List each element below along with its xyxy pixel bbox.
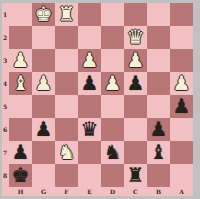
square-f6[interactable] — [55, 118, 78, 141]
square-e2[interactable] — [78, 26, 101, 49]
square-a3[interactable] — [170, 49, 193, 72]
file-label-b: B — [147, 187, 170, 196]
file-label-f: F — [55, 187, 78, 196]
black-pawn: ♟ — [127, 72, 145, 95]
square-a4[interactable]: ♟ — [170, 72, 193, 95]
square-h1[interactable] — [9, 3, 32, 26]
square-h4[interactable]: ♝ — [9, 72, 32, 95]
square-h7[interactable]: ♟ — [9, 141, 32, 164]
white-pawn: ♟ — [81, 49, 99, 72]
file-label-a: A — [170, 187, 193, 196]
square-d4[interactable]: ♟ — [101, 72, 124, 95]
black-pawn: ♟ — [12, 141, 30, 164]
square-e7[interactable] — [78, 141, 101, 164]
square-c6[interactable] — [124, 118, 147, 141]
white-pawn: ♟ — [35, 72, 53, 95]
square-e8[interactable] — [78, 164, 101, 187]
square-g6[interactable]: ♟ — [32, 118, 55, 141]
square-g7[interactable] — [32, 141, 55, 164]
square-e5[interactable] — [78, 95, 101, 118]
square-h6[interactable] — [9, 118, 32, 141]
square-d5[interactable] — [101, 95, 124, 118]
file-label-g: G — [32, 187, 55, 196]
square-d7[interactable]: ♞ — [101, 141, 124, 164]
square-h2[interactable] — [9, 26, 32, 49]
square-a7[interactable] — [170, 141, 193, 164]
rank-label-3: 3 — [2, 49, 9, 72]
square-f3[interactable] — [55, 49, 78, 72]
square-f8[interactable] — [55, 164, 78, 187]
black-knight: ♞ — [104, 141, 122, 164]
square-a5[interactable]: ♟ — [170, 95, 193, 118]
square-b5[interactable] — [147, 95, 170, 118]
square-h5[interactable] — [9, 95, 32, 118]
chess-board: 1♚♜2♛3♟♟♟4♝♟♟♟♟♟5♟6♟♛♟7♟♞♞♝8♚♜HGFEDCBA — [2, 3, 193, 196]
square-e6[interactable]: ♛ — [78, 118, 101, 141]
square-g1[interactable]: ♚ — [32, 3, 55, 26]
square-f4[interactable] — [55, 72, 78, 95]
square-c1[interactable] — [124, 3, 147, 26]
white-pawn: ♟ — [173, 72, 191, 95]
square-d3[interactable] — [101, 49, 124, 72]
square-e1[interactable] — [78, 3, 101, 26]
rank-label-4: 4 — [2, 72, 9, 95]
square-g2[interactable] — [32, 26, 55, 49]
square-b3[interactable] — [147, 49, 170, 72]
square-c4[interactable]: ♟ — [124, 72, 147, 95]
rank-label-6: 6 — [2, 118, 9, 141]
white-bishop: ♝ — [12, 72, 30, 95]
square-g5[interactable] — [32, 95, 55, 118]
chess-board-frame: 1♚♜2♛3♟♟♟4♝♟♟♟♟♟5♟6♟♛♟7♟♞♞♝8♚♜HGFEDCBA — [2, 3, 193, 196]
square-d6[interactable] — [101, 118, 124, 141]
square-a1[interactable] — [170, 3, 193, 26]
square-g8[interactable] — [32, 164, 55, 187]
square-c7[interactable] — [124, 141, 147, 164]
file-label-e: E — [78, 187, 101, 196]
square-a8[interactable] — [170, 164, 193, 187]
white-pawn: ♟ — [104, 72, 122, 95]
black-queen: ♛ — [81, 118, 99, 141]
rank-label-1: 1 — [2, 3, 9, 26]
square-b2[interactable] — [147, 26, 170, 49]
file-label-h: H — [9, 187, 32, 196]
square-d2[interactable] — [101, 26, 124, 49]
square-f1[interactable]: ♜ — [55, 3, 78, 26]
black-pawn: ♟ — [150, 118, 168, 141]
white-rook: ♜ — [58, 3, 76, 26]
square-a2[interactable] — [170, 26, 193, 49]
square-g4[interactable]: ♟ — [32, 72, 55, 95]
square-b7[interactable]: ♝ — [147, 141, 170, 164]
board-corner — [2, 187, 9, 196]
white-king: ♚ — [35, 3, 53, 26]
square-d1[interactable] — [101, 3, 124, 26]
white-pawn: ♟ — [12, 49, 30, 72]
white-queen: ♛ — [127, 26, 145, 49]
rank-label-8: 8 — [2, 164, 9, 187]
square-c8[interactable]: ♜ — [124, 164, 147, 187]
white-knight: ♞ — [58, 141, 76, 164]
white-pawn: ♟ — [127, 49, 145, 72]
file-label-c: C — [124, 187, 147, 196]
black-pawn: ♟ — [35, 118, 53, 141]
square-h8[interactable]: ♚ — [9, 164, 32, 187]
square-e4[interactable]: ♟ — [78, 72, 101, 95]
black-pawn: ♟ — [173, 95, 191, 118]
square-c3[interactable]: ♟ — [124, 49, 147, 72]
chess-app-window: 1♚♜2♛3♟♟♟4♝♟♟♟♟♟5♟6♟♛♟7♟♞♞♝8♚♜HGFEDCBA — [0, 0, 200, 199]
square-e3[interactable]: ♟ — [78, 49, 101, 72]
square-b8[interactable] — [147, 164, 170, 187]
file-label-d: D — [101, 187, 124, 196]
black-king: ♚ — [12, 164, 30, 187]
black-rook: ♜ — [127, 164, 145, 187]
square-a6[interactable] — [170, 118, 193, 141]
square-d8[interactable] — [101, 164, 124, 187]
square-c5[interactable] — [124, 95, 147, 118]
rank-label-5: 5 — [2, 95, 9, 118]
square-b4[interactable] — [147, 72, 170, 95]
square-g3[interactable] — [32, 49, 55, 72]
square-b1[interactable] — [147, 3, 170, 26]
square-c2[interactable]: ♛ — [124, 26, 147, 49]
square-b6[interactable]: ♟ — [147, 118, 170, 141]
black-bishop: ♝ — [150, 141, 168, 164]
rank-label-2: 2 — [2, 26, 9, 49]
rank-label-7: 7 — [2, 141, 9, 164]
square-f5[interactable] — [55, 95, 78, 118]
square-f2[interactable] — [55, 26, 78, 49]
square-h3[interactable]: ♟ — [9, 49, 32, 72]
black-pawn: ♟ — [81, 72, 99, 95]
square-f7[interactable]: ♞ — [55, 141, 78, 164]
